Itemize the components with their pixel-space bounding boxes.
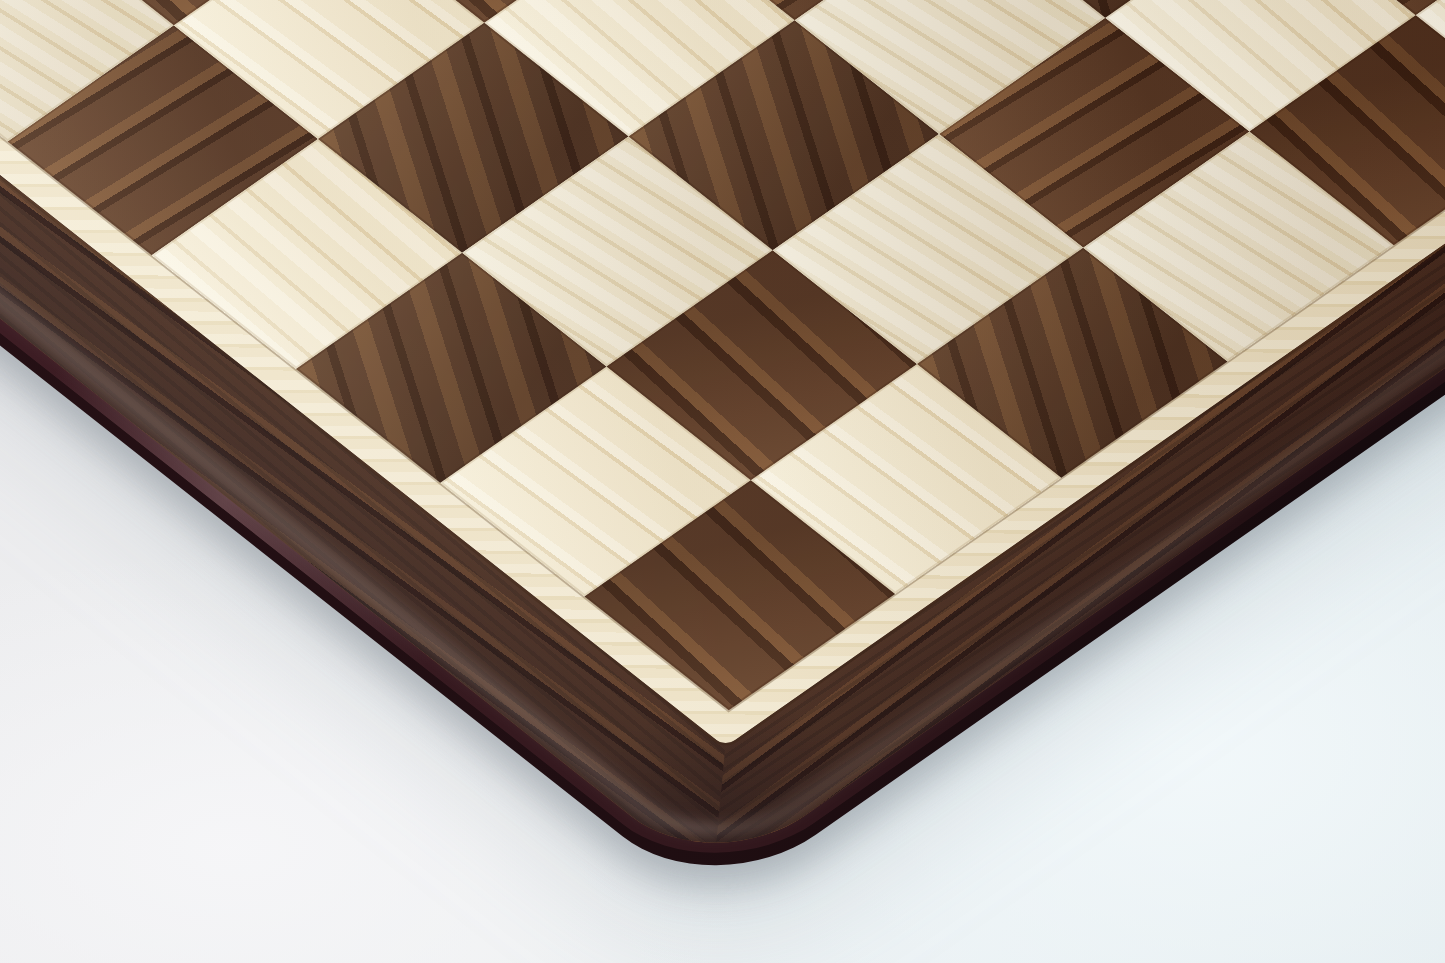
chessboard-scene	[0, 0, 1445, 963]
photo-background	[0, 0, 1445, 963]
chessboard	[0, 0, 1445, 880]
